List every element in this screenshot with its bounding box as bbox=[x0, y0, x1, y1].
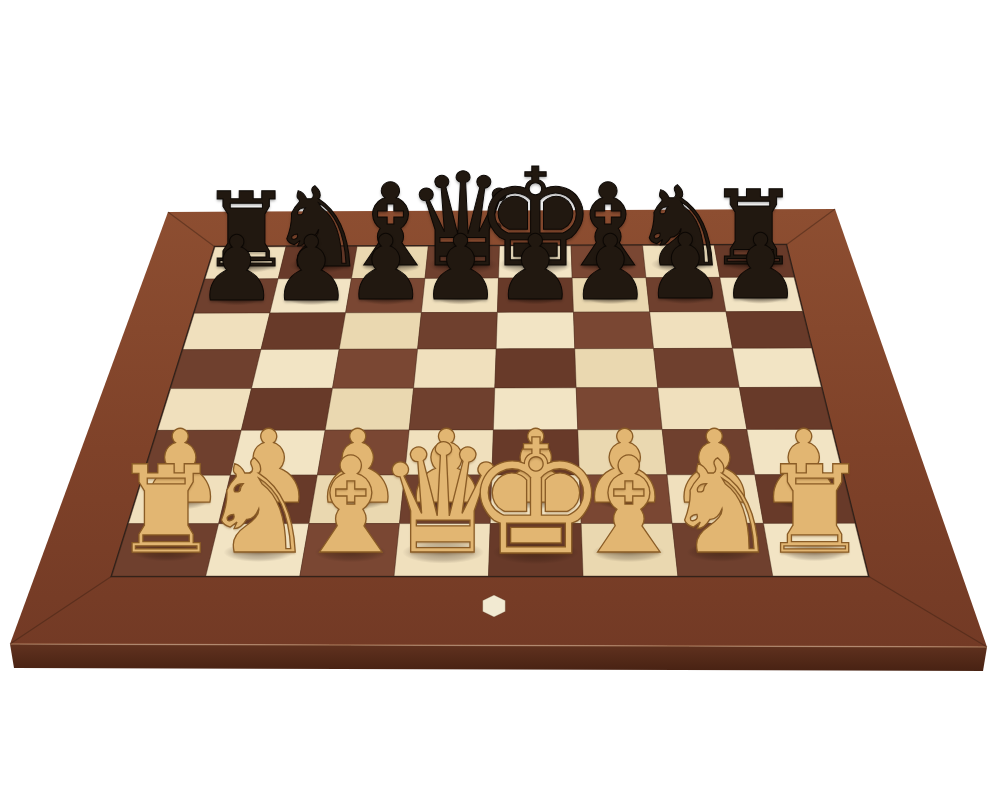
square-b6 bbox=[261, 313, 346, 350]
piece-shadow bbox=[651, 256, 710, 273]
piece-shadow bbox=[661, 291, 710, 304]
square-e6 bbox=[496, 312, 575, 349]
square-h4 bbox=[739, 387, 831, 429]
piece-shadow bbox=[687, 494, 741, 509]
piece-shadow bbox=[419, 494, 473, 509]
square-a4 bbox=[158, 389, 252, 431]
piece-shadow bbox=[508, 494, 562, 509]
far-rail-dot-inlay bbox=[493, 223, 502, 232]
piece-shadow bbox=[493, 540, 579, 564]
square-a6 bbox=[183, 313, 270, 350]
square-g5 bbox=[654, 348, 740, 387]
square-g3 bbox=[662, 430, 755, 475]
piece-shadow bbox=[134, 543, 199, 561]
square-f3 bbox=[578, 430, 667, 475]
piece-shadow bbox=[153, 494, 207, 509]
square-h5 bbox=[733, 348, 822, 387]
piece-shadow bbox=[593, 542, 665, 562]
piece-shadow bbox=[687, 542, 757, 561]
square-e5 bbox=[495, 349, 576, 388]
piece-shadow bbox=[402, 541, 484, 564]
square-e4 bbox=[493, 388, 577, 430]
piece-shadow bbox=[726, 256, 782, 271]
piece-shadow bbox=[499, 255, 572, 275]
square-d6 bbox=[418, 312, 498, 349]
square-e3 bbox=[492, 430, 580, 475]
square-c6 bbox=[339, 313, 421, 350]
square-a3 bbox=[144, 430, 242, 475]
piece-shadow bbox=[330, 494, 384, 509]
piece-shadow bbox=[362, 292, 411, 305]
square-d4 bbox=[409, 388, 495, 430]
square-d3 bbox=[405, 430, 494, 475]
square-g6 bbox=[650, 312, 733, 349]
piece-shadow bbox=[586, 291, 635, 304]
piece-shadow bbox=[242, 494, 296, 509]
piece-shadow bbox=[287, 292, 336, 305]
piece-shadow bbox=[223, 543, 293, 562]
square-b5 bbox=[252, 349, 340, 388]
board-front-edge bbox=[10, 644, 987, 671]
piece-shadow bbox=[315, 542, 387, 562]
piece-shadow bbox=[511, 291, 560, 304]
square-f5 bbox=[575, 349, 658, 388]
piece-shadow bbox=[218, 258, 274, 273]
piece-shadow bbox=[598, 494, 652, 509]
square-c3 bbox=[317, 430, 409, 475]
piece-shadow bbox=[289, 257, 348, 274]
chess-board bbox=[0, 0, 1000, 800]
square-f6 bbox=[574, 312, 654, 349]
chess-set-photo: ♜♞♝♛♚♝♞♜♟♟♟♟♟♟♟♟♟♟♟♟♟♟♟♟♜♞♝♛♚♝♞♜ bbox=[0, 0, 1000, 800]
square-a5 bbox=[171, 350, 261, 389]
piece-shadow bbox=[436, 291, 485, 304]
piece-shadow bbox=[213, 292, 262, 305]
square-b3 bbox=[230, 430, 325, 475]
square-h6 bbox=[726, 312, 812, 349]
square-c4 bbox=[325, 388, 413, 430]
piece-shadow bbox=[428, 255, 498, 274]
piece-shadow bbox=[777, 494, 831, 509]
piece-shadow bbox=[360, 257, 421, 274]
piece-shadow bbox=[577, 256, 638, 273]
piece-shadow bbox=[736, 290, 785, 303]
square-b4 bbox=[241, 388, 332, 430]
square-d5 bbox=[414, 349, 497, 388]
square-c5 bbox=[333, 349, 418, 388]
square-h3 bbox=[747, 429, 843, 474]
square-g4 bbox=[658, 388, 747, 430]
piece-shadow bbox=[782, 543, 847, 561]
square-f4 bbox=[576, 388, 662, 430]
